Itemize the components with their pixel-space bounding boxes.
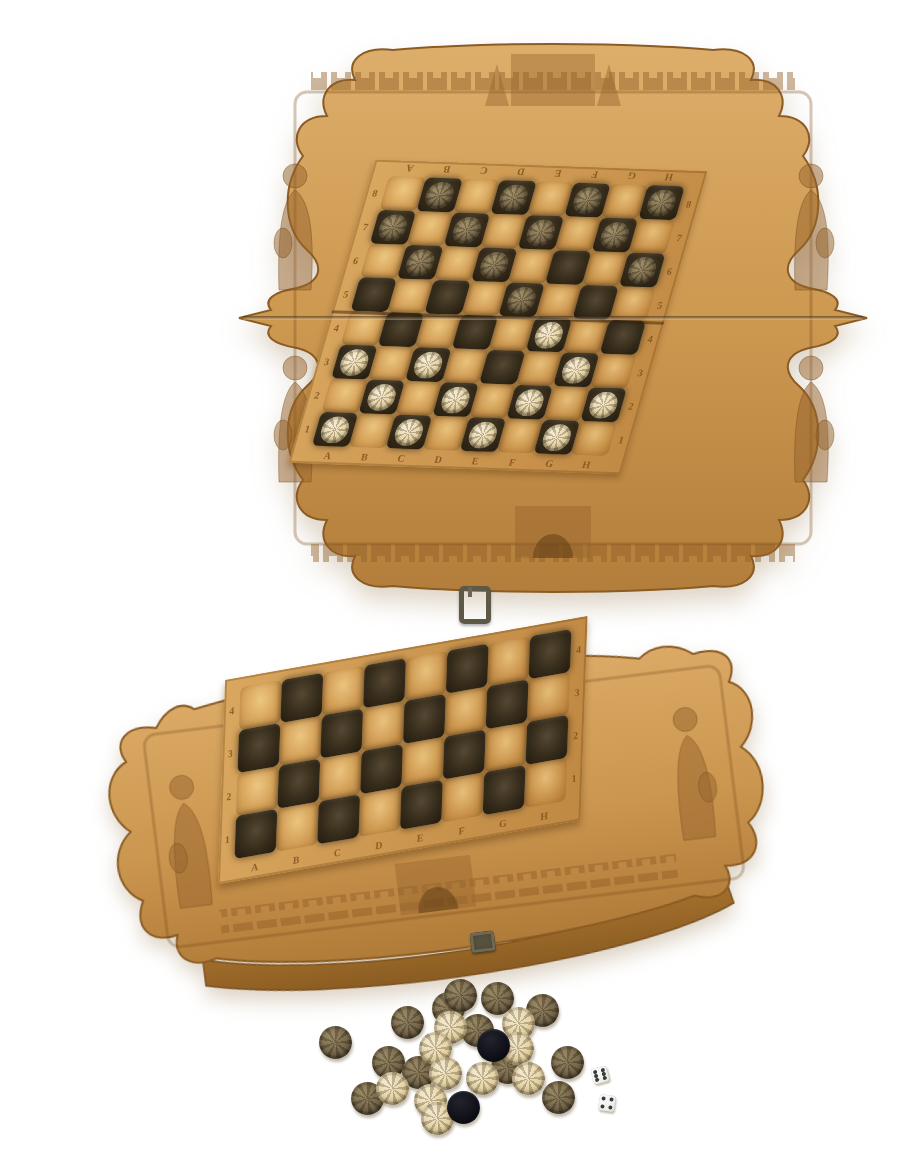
file-label-top-c: C [463, 163, 505, 180]
square-e4[interactable] [404, 651, 447, 701]
file-label-top-g: G [611, 168, 653, 185]
light-checker-h2[interactable] [586, 391, 621, 419]
rank-label-left-1: 1 [219, 816, 236, 862]
file-label-bottom-a: A [307, 446, 349, 465]
scattered-dark-checker-11[interactable] [551, 1046, 584, 1079]
scattered-checker-felt-bottom-1[interactable] [477, 1029, 510, 1062]
open-board-clasp[interactable] [459, 586, 491, 624]
file-label-bottom-b: B [344, 447, 386, 466]
dark-checker-h8[interactable] [644, 189, 679, 217]
die-showing-6[interactable] [590, 1065, 609, 1084]
file-label-bottom-c: C [381, 448, 423, 467]
file-label-top-e: E [537, 165, 579, 182]
square-g3[interactable] [486, 679, 529, 729]
castle-top-carving [511, 54, 595, 106]
scattered-checker-felt-bottom-2[interactable] [447, 1091, 480, 1124]
scattered-dark-checker-4[interactable] [444, 979, 477, 1012]
light-checker-f2[interactable] [512, 388, 547, 416]
dark-checker-c7[interactable] [450, 216, 485, 244]
file-label-top-h: H [648, 169, 690, 186]
corner [218, 859, 235, 884]
light-checker-e1[interactable] [466, 421, 501, 449]
light-checker-a1[interactable] [318, 416, 353, 444]
square-a2[interactable] [236, 766, 279, 816]
product-photo-scene: ABCDEFGH8877665544332211ABCDEFGH [0, 0, 900, 1174]
file-label-top-d: D [500, 164, 542, 181]
dark-checker-h6[interactable] [625, 256, 660, 284]
light-checker-c1[interactable] [392, 418, 427, 446]
square-b4[interactable] [280, 673, 323, 723]
file-label-bottom-d: D [418, 449, 460, 468]
open-board: ABCDEFGH8877665544332211ABCDEFGH [233, 38, 873, 600]
dark-checker-e7[interactable] [524, 219, 559, 247]
square-f2[interactable] [443, 729, 486, 779]
dark-checker-e5[interactable] [504, 286, 539, 314]
closed-board-clasp[interactable] [470, 930, 496, 953]
square-a3[interactable] [238, 723, 281, 773]
scattered-dark-checker-2[interactable] [391, 1006, 424, 1039]
rank-label-right-4: 4 [570, 626, 587, 672]
light-checker-g3[interactable] [559, 356, 594, 384]
scattered-light-checker-7[interactable] [512, 1062, 545, 1095]
rank-label-right-3: 3 [568, 669, 585, 715]
square-e2[interactable] [401, 737, 444, 787]
light-checker-f4[interactable] [532, 321, 567, 349]
light-checker-d2[interactable] [438, 386, 473, 414]
square-h4[interactable] [529, 629, 572, 679]
dark-checker-d6[interactable] [477, 251, 512, 279]
rank-label-left-3: 3 [222, 730, 239, 776]
rank-label-left-4: 4 [223, 687, 240, 733]
file-label-top-f: F [574, 167, 616, 184]
light-checker-c3[interactable] [411, 351, 446, 379]
square-c2[interactable] [319, 751, 362, 801]
dark-checker-g7[interactable] [598, 221, 633, 249]
square-h3[interactable] [527, 672, 570, 722]
square-b2[interactable] [277, 759, 320, 809]
light-checker-a3[interactable] [337, 348, 372, 376]
corner [565, 798, 582, 823]
dark-checker-d8[interactable] [496, 184, 531, 212]
scattered-light-checker-6[interactable] [466, 1062, 499, 1095]
square-f4[interactable] [446, 644, 489, 694]
scattered-light-checker-8[interactable] [376, 1072, 409, 1105]
dark-checker-b8[interactable] [422, 181, 457, 209]
rank-label-right-1: 1 [565, 755, 582, 801]
square-c3[interactable] [320, 708, 363, 758]
scattered-pieces-area [295, 980, 755, 1170]
board-hinge-fold [243, 316, 863, 320]
square-h2[interactable] [526, 715, 569, 765]
square-g2[interactable] [484, 722, 527, 772]
dark-checker-b6[interactable] [403, 248, 438, 276]
rank-label-right-2: 2 [567, 712, 584, 758]
die-showing-4[interactable] [598, 1094, 616, 1112]
rank-label-left-2: 2 [220, 773, 237, 819]
scattered-dark-checker-13[interactable] [542, 1081, 575, 1114]
square-a4[interactable] [239, 680, 282, 730]
file-label-bottom-f: F [492, 452, 534, 471]
dark-checker-a7[interactable] [376, 213, 411, 241]
square-e3[interactable] [403, 694, 446, 744]
file-label-top-b: B [426, 162, 468, 179]
square-d3[interactable] [362, 701, 405, 751]
scattered-dark-checker-1[interactable] [319, 1026, 352, 1059]
file-label-top-a: A [389, 160, 431, 177]
file-label-bottom-h: H [565, 455, 607, 474]
dark-checker-f8[interactable] [570, 186, 605, 214]
light-checker-b2[interactable] [364, 383, 399, 411]
file-label-bottom-e: E [455, 451, 497, 470]
light-checker-g1[interactable] [540, 423, 575, 451]
file-label-bottom-g: G [528, 453, 570, 472]
